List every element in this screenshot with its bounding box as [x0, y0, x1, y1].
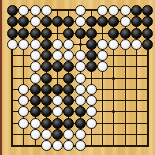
black-stone[interactable] — [86, 16, 97, 27]
white-stone[interactable] — [75, 50, 86, 61]
white-stone[interactable] — [18, 39, 29, 50]
black-stone[interactable] — [142, 16, 153, 27]
white-stone[interactable] — [75, 129, 86, 140]
black-stone[interactable] — [63, 28, 74, 39]
black-stone[interactable] — [41, 118, 52, 129]
go-board[interactable] — [0, 0, 155, 155]
white-stone[interactable] — [18, 84, 29, 95]
black-stone[interactable] — [41, 39, 52, 50]
black-stone[interactable] — [131, 5, 142, 16]
white-stone[interactable] — [30, 16, 41, 27]
black-stone[interactable] — [41, 61, 52, 72]
white-stone[interactable] — [86, 106, 97, 117]
black-stone[interactable] — [41, 16, 52, 27]
black-stone[interactable] — [41, 73, 52, 84]
black-stone[interactable] — [142, 28, 153, 39]
black-stone[interactable] — [41, 95, 52, 106]
white-stone[interactable] — [120, 39, 131, 50]
white-stone[interactable] — [52, 50, 63, 61]
black-stone[interactable] — [30, 95, 41, 106]
black-stone[interactable] — [41, 50, 52, 61]
black-stone[interactable] — [63, 118, 74, 129]
black-stone[interactable] — [52, 129, 63, 140]
black-stone[interactable] — [75, 118, 86, 129]
black-stone[interactable] — [131, 28, 142, 39]
white-stone[interactable] — [63, 129, 74, 140]
white-stone[interactable] — [52, 140, 63, 151]
black-stone[interactable] — [41, 106, 52, 117]
black-stone[interactable] — [120, 28, 131, 39]
black-stone[interactable] — [86, 28, 97, 39]
white-stone[interactable] — [30, 39, 41, 50]
white-stone[interactable] — [41, 5, 52, 16]
white-stone[interactable] — [30, 129, 41, 140]
black-stone[interactable] — [131, 16, 142, 27]
white-stone[interactable] — [97, 39, 108, 50]
black-stone[interactable] — [18, 28, 29, 39]
black-stone[interactable] — [75, 106, 86, 117]
black-stone[interactable] — [63, 73, 74, 84]
white-stone[interactable] — [86, 84, 97, 95]
black-stone[interactable] — [75, 28, 86, 39]
white-stone[interactable] — [30, 118, 41, 129]
white-stone[interactable] — [75, 61, 86, 72]
black-stone[interactable] — [142, 39, 153, 50]
white-stone[interactable] — [86, 118, 97, 129]
black-stone[interactable] — [41, 84, 52, 95]
white-stone[interactable] — [7, 39, 18, 50]
white-stone[interactable] — [30, 73, 41, 84]
go-app — [0, 0, 155, 155]
white-stone[interactable] — [86, 95, 97, 106]
white-stone[interactable] — [75, 16, 86, 27]
black-stone[interactable] — [63, 84, 74, 95]
white-stone[interactable] — [52, 95, 63, 106]
black-stone[interactable] — [52, 84, 63, 95]
white-stone[interactable] — [63, 39, 74, 50]
black-stone[interactable] — [30, 28, 41, 39]
black-stone[interactable] — [30, 84, 41, 95]
white-stone[interactable] — [30, 50, 41, 61]
white-stone[interactable] — [97, 50, 108, 61]
white-stone[interactable] — [52, 39, 63, 50]
white-stone[interactable] — [75, 73, 86, 84]
black-stone[interactable] — [7, 28, 18, 39]
black-stone[interactable] — [86, 61, 97, 72]
white-stone[interactable] — [30, 5, 41, 16]
black-stone[interactable] — [86, 50, 97, 61]
white-stone[interactable] — [120, 5, 131, 16]
white-stone[interactable] — [41, 129, 52, 140]
black-stone[interactable] — [30, 106, 41, 117]
white-stone[interactable] — [75, 95, 86, 106]
white-stone[interactable] — [63, 140, 74, 151]
black-stone[interactable] — [142, 5, 153, 16]
white-stone[interactable] — [41, 140, 52, 151]
white-stone[interactable] — [30, 61, 41, 72]
star-point — [112, 77, 115, 80]
white-stone[interactable] — [97, 5, 108, 16]
black-stone[interactable] — [86, 39, 97, 50]
white-stone[interactable] — [18, 118, 29, 129]
white-stone[interactable] — [120, 16, 131, 27]
white-stone[interactable] — [108, 39, 119, 50]
white-stone[interactable] — [75, 140, 86, 151]
white-stone[interactable] — [75, 5, 86, 16]
black-stone[interactable] — [52, 118, 63, 129]
white-stone[interactable] — [75, 84, 86, 95]
black-stone[interactable] — [108, 28, 119, 39]
white-stone[interactable] — [131, 39, 142, 50]
black-stone[interactable] — [41, 28, 52, 39]
star-point — [79, 43, 82, 46]
black-stone[interactable] — [7, 5, 18, 16]
